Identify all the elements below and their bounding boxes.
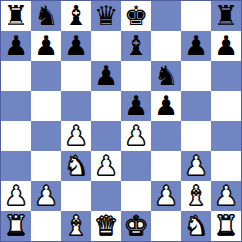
square-f7[interactable] bbox=[151, 31, 181, 61]
white-rook-icon: ♜ bbox=[214, 211, 238, 241]
square-h7[interactable]: ♟ bbox=[211, 31, 241, 61]
white-pawn-icon: ♟ bbox=[184, 151, 208, 181]
square-c5[interactable] bbox=[61, 91, 91, 121]
black-knight-icon: ♞ bbox=[34, 1, 58, 31]
black-pawn-icon: ♟ bbox=[184, 31, 208, 61]
square-b5[interactable] bbox=[31, 91, 61, 121]
square-g6[interactable] bbox=[181, 61, 211, 91]
square-f5[interactable]: ♟ bbox=[151, 91, 181, 121]
white-rook-icon: ♜ bbox=[4, 211, 28, 241]
square-b7[interactable]: ♟ bbox=[31, 31, 61, 61]
square-f4[interactable] bbox=[151, 121, 181, 151]
white-knight-icon: ♞ bbox=[64, 151, 88, 181]
white-pawn-icon: ♟ bbox=[154, 181, 178, 211]
square-a4[interactable] bbox=[1, 121, 31, 151]
square-h4[interactable] bbox=[211, 121, 241, 151]
chess-board: ♜♞♝♛♚♜♟♟♟♝♟♟♟♞♟♟♟♟♞♟♟♟♟♟♝♟♜♝♛♚♞♜ bbox=[0, 0, 242, 242]
black-knight-icon: ♞ bbox=[154, 61, 178, 91]
square-h5[interactable] bbox=[211, 91, 241, 121]
square-b8[interactable]: ♞ bbox=[31, 1, 61, 31]
square-d3[interactable]: ♟ bbox=[91, 151, 121, 181]
square-e3[interactable] bbox=[121, 151, 151, 181]
white-king-icon: ♚ bbox=[124, 211, 148, 241]
square-e8[interactable]: ♚ bbox=[121, 1, 151, 31]
white-bishop-icon: ♝ bbox=[184, 181, 208, 211]
square-d7[interactable] bbox=[91, 31, 121, 61]
white-pawn-icon: ♟ bbox=[94, 151, 118, 181]
square-f6[interactable]: ♞ bbox=[151, 61, 181, 91]
square-a3[interactable] bbox=[1, 151, 31, 181]
square-d8[interactable]: ♛ bbox=[91, 1, 121, 31]
black-queen-icon: ♛ bbox=[94, 1, 118, 31]
square-a5[interactable] bbox=[1, 91, 31, 121]
square-h3[interactable] bbox=[211, 151, 241, 181]
black-king-icon: ♚ bbox=[124, 1, 148, 31]
white-queen-icon: ♛ bbox=[94, 211, 118, 241]
white-pawn-icon: ♟ bbox=[34, 181, 58, 211]
black-rook-icon: ♜ bbox=[4, 1, 28, 31]
square-f1[interactable] bbox=[151, 211, 181, 241]
white-pawn-icon: ♟ bbox=[64, 121, 88, 151]
square-c7[interactable]: ♟ bbox=[61, 31, 91, 61]
square-b4[interactable] bbox=[31, 121, 61, 151]
square-d1[interactable]: ♛ bbox=[91, 211, 121, 241]
square-f8[interactable] bbox=[151, 1, 181, 31]
square-b6[interactable] bbox=[31, 61, 61, 91]
square-c3[interactable]: ♞ bbox=[61, 151, 91, 181]
square-g2[interactable]: ♝ bbox=[181, 181, 211, 211]
square-d4[interactable] bbox=[91, 121, 121, 151]
square-h6[interactable] bbox=[211, 61, 241, 91]
square-a1[interactable]: ♜ bbox=[1, 211, 31, 241]
square-g3[interactable]: ♟ bbox=[181, 151, 211, 181]
black-pawn-icon: ♟ bbox=[214, 31, 238, 61]
black-rook-icon: ♜ bbox=[214, 1, 238, 31]
square-c8[interactable]: ♝ bbox=[61, 1, 91, 31]
square-g7[interactable]: ♟ bbox=[181, 31, 211, 61]
square-c1[interactable]: ♝ bbox=[61, 211, 91, 241]
square-a8[interactable]: ♜ bbox=[1, 1, 31, 31]
square-g5[interactable] bbox=[181, 91, 211, 121]
white-pawn-icon: ♟ bbox=[214, 181, 238, 211]
white-pawn-icon: ♟ bbox=[4, 181, 28, 211]
black-pawn-icon: ♟ bbox=[64, 31, 88, 61]
square-c6[interactable] bbox=[61, 61, 91, 91]
square-h8[interactable]: ♜ bbox=[211, 1, 241, 31]
square-h1[interactable]: ♜ bbox=[211, 211, 241, 241]
square-e2[interactable] bbox=[121, 181, 151, 211]
square-e1[interactable]: ♚ bbox=[121, 211, 151, 241]
square-c2[interactable] bbox=[61, 181, 91, 211]
square-e6[interactable] bbox=[121, 61, 151, 91]
black-bishop-icon: ♝ bbox=[64, 1, 88, 31]
square-h2[interactable]: ♟ bbox=[211, 181, 241, 211]
square-a2[interactable]: ♟ bbox=[1, 181, 31, 211]
black-bishop-icon: ♝ bbox=[124, 31, 148, 61]
square-b1[interactable] bbox=[31, 211, 61, 241]
square-f2[interactable]: ♟ bbox=[151, 181, 181, 211]
square-g4[interactable] bbox=[181, 121, 211, 151]
square-f3[interactable] bbox=[151, 151, 181, 181]
square-g8[interactable] bbox=[181, 1, 211, 31]
square-d5[interactable] bbox=[91, 91, 121, 121]
square-b2[interactable]: ♟ bbox=[31, 181, 61, 211]
white-knight-icon: ♞ bbox=[184, 211, 208, 241]
black-pawn-icon: ♟ bbox=[94, 61, 118, 91]
square-d2[interactable] bbox=[91, 181, 121, 211]
black-pawn-icon: ♟ bbox=[154, 91, 178, 121]
white-bishop-icon: ♝ bbox=[64, 211, 88, 241]
square-b3[interactable] bbox=[31, 151, 61, 181]
square-a6[interactable] bbox=[1, 61, 31, 91]
black-pawn-icon: ♟ bbox=[4, 31, 28, 61]
square-d6[interactable]: ♟ bbox=[91, 61, 121, 91]
black-pawn-icon: ♟ bbox=[124, 91, 148, 121]
square-e4[interactable]: ♟ bbox=[121, 121, 151, 151]
square-a7[interactable]: ♟ bbox=[1, 31, 31, 61]
white-pawn-icon: ♟ bbox=[124, 121, 148, 151]
square-c4[interactable]: ♟ bbox=[61, 121, 91, 151]
black-pawn-icon: ♟ bbox=[34, 31, 58, 61]
square-e7[interactable]: ♝ bbox=[121, 31, 151, 61]
square-e5[interactable]: ♟ bbox=[121, 91, 151, 121]
square-g1[interactable]: ♞ bbox=[181, 211, 211, 241]
